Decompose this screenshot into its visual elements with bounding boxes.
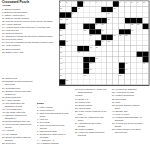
cell-number: 48 <box>90 68 92 70</box>
cell-number: 47 <box>60 68 62 70</box>
cell-number: 52 <box>119 74 121 76</box>
cell-number: 32 <box>125 35 127 37</box>
cell-number: 9 <box>137 1 138 3</box>
cell-number: 5 <box>96 1 97 3</box>
cell-number: 6 <box>119 1 120 3</box>
cell-number: 1 <box>60 1 61 3</box>
white-cell[interactable] <box>143 79 149 85</box>
cell-number: 46 <box>143 63 145 65</box>
cell-number: 4 <box>90 1 91 3</box>
across-clue-list-main: 1. Shared entrance3. Beautiful but odd b… <box>2 7 54 53</box>
down-clues-column-1: Down 1. Fancy roofing2. WWW weekly?3. Wa… <box>37 102 70 145</box>
cell-number: 7 <box>125 1 126 3</box>
cell-number: 42 <box>96 57 98 59</box>
cell-number: 40 <box>78 52 80 54</box>
cell-number: 31 <box>119 35 121 37</box>
down-clue-list-2: 12. Nellie's sprouts in "loose-leaf sala… <box>75 88 108 137</box>
cell-number: 2 <box>66 1 67 3</box>
across-clues-column: Across 1. Shared entrance3. Beautiful bu… <box>2 4 54 53</box>
cell-number: 35 <box>107 40 109 42</box>
cell-number: 53 <box>66 79 68 81</box>
cell-number: 14 <box>72 12 74 14</box>
cell-number: 11 <box>60 7 62 9</box>
cell-number: 44 <box>90 63 92 65</box>
cell-number: 21 <box>102 24 104 26</box>
cell-number: 17 <box>66 18 68 20</box>
cell-number: 27 <box>131 29 133 31</box>
cell-number: 34 <box>102 40 104 42</box>
clue-52: 52. Where thunder lives when skies go gr… <box>112 128 145 134</box>
cell-number: 15 <box>107 12 109 14</box>
cell-number: 8 <box>131 1 132 3</box>
cell-number: 22 <box>131 24 133 26</box>
cell-number: 33 <box>66 40 68 42</box>
cell-number: 49 <box>125 68 127 70</box>
cell-number: 16 <box>60 18 62 20</box>
down-clue-list-1: 1. Fancy roofing2. WWW weekly?3. Walk-fi… <box>37 105 70 145</box>
cell-number: 37 <box>90 46 92 48</box>
crossword-page: Crossword Puzzle Across 1. Shared entran… <box>0 0 150 150</box>
crossword-grid: 1234567891011121314151617181920212223242… <box>59 1 149 86</box>
cell-number: 50 <box>60 74 62 76</box>
cell-number: 51 <box>84 74 86 76</box>
clue-28: 28. Blame a bully, first <box>2 50 54 53</box>
across-clue-list-bottom: 30. Signs of use33. Endless voyages acro… <box>2 77 35 144</box>
cell-number: 38 <box>96 46 98 48</box>
down-clue-list-3: 31. Let them be dramatic!32. A turn from… <box>112 88 145 134</box>
cell-number: 20 <box>96 24 98 26</box>
cell-number: 23 <box>137 24 139 26</box>
cell-number: 43 <box>60 63 62 65</box>
cell-number: 45 <box>125 63 127 65</box>
cell-number: 28 <box>60 35 62 37</box>
clue-53: 53. Quiet plea <box>2 141 35 144</box>
clue-29: 29. Farm crop gathered before first fros… <box>75 131 108 137</box>
cell-number: 41 <box>60 57 62 59</box>
cell-number: 12 <box>78 7 80 9</box>
clue-10: 10. It might be straight <box>37 142 70 145</box>
cell-number: 18 <box>107 18 109 20</box>
cell-number: 26 <box>102 29 104 31</box>
cell-number: 36 <box>60 46 62 48</box>
cell-number: 10 <box>143 1 145 3</box>
cell-number: 19 <box>66 24 68 26</box>
cell-number: 29 <box>90 35 92 37</box>
cell-number: 39 <box>60 52 62 54</box>
cell-number: 13 <box>113 7 115 9</box>
cell-number: 25 <box>84 29 86 31</box>
cell-number: 30 <box>113 35 115 37</box>
cell-number: 3 <box>84 1 85 3</box>
cell-number: 24 <box>60 29 62 31</box>
